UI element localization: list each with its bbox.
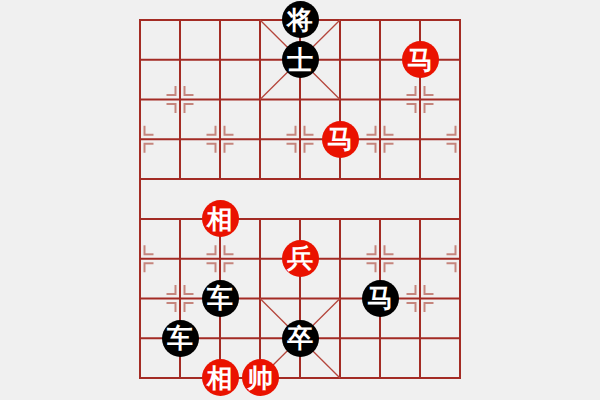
red-soldier[interactable]: 兵: [282, 240, 319, 277]
red-horse-1[interactable]: 马: [402, 41, 439, 78]
black-soldier[interactable]: 卒: [282, 320, 319, 357]
red-horse-2[interactable]: 马: [322, 121, 359, 158]
black-advisor[interactable]: 士: [282, 41, 319, 78]
black-horse[interactable]: 马: [362, 280, 399, 317]
red-elephant-2[interactable]: 相: [202, 359, 239, 396]
pieces-layer: 将士马马相兵车马车卒相帅: [120, 0, 480, 398]
black-chariot-1[interactable]: 车: [202, 280, 239, 317]
stage: 将士马马相兵车马车卒相帅: [0, 0, 600, 400]
black-general[interactable]: 将: [282, 1, 319, 38]
black-chariot-2[interactable]: 车: [162, 320, 199, 357]
red-general[interactable]: 帅: [242, 359, 279, 396]
red-elephant-1[interactable]: 相: [202, 200, 239, 237]
